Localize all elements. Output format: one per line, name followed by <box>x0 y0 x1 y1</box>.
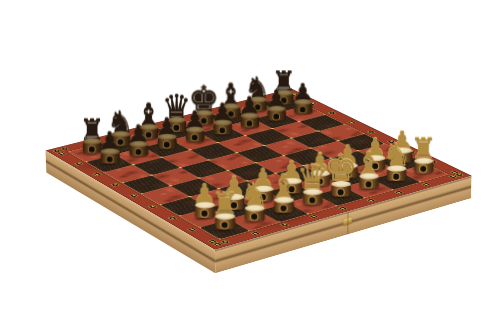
frame-inlay <box>347 121 356 124</box>
base-medallion <box>366 181 372 187</box>
base-medallion <box>164 141 170 147</box>
piece-base-top <box>414 158 433 164</box>
piece-base-top <box>274 197 294 203</box>
base-medallion <box>192 134 198 140</box>
piece-base-drum <box>215 216 235 229</box>
piece-base-top <box>100 148 119 154</box>
piece-base-top <box>331 181 351 187</box>
piece-base-top <box>185 127 204 133</box>
piece-base-drum <box>274 200 294 213</box>
piece-base-drum <box>129 144 148 156</box>
base-medallion <box>393 173 399 179</box>
brass-clasp <box>343 217 351 226</box>
square-b6[interactable] <box>133 157 180 175</box>
piece-base-top <box>244 205 264 211</box>
piece-base-top <box>157 134 176 140</box>
scene: ♜♞♝♛♚♝♞♜♟♟♟♟♟♟♟♟♟♟♟♟♟♟♟♟♜♞♝♛♚♝♞♜ <box>0 0 500 334</box>
frame-inlay <box>74 162 84 166</box>
piece-base-drum <box>414 161 433 173</box>
piece-base-drum <box>267 109 285 121</box>
piece-base-drum <box>213 123 231 135</box>
frame-inlay <box>308 215 318 219</box>
board-frame: ♜♞♝♛♚♝♞♜♟♟♟♟♟♟♟♟♟♟♟♟♟♟♟♟♜♞♝♛♚♝♞♜ <box>45 89 471 250</box>
base-medallion <box>280 205 286 211</box>
piece-base-top <box>359 173 378 179</box>
piece-base-top <box>215 213 235 219</box>
base-medallion <box>273 113 279 119</box>
product-photo-stage: ♜♞♝♛♚♝♞♜♟♟♟♟♟♟♟♟♟♟♟♟♟♟♟♟♜♞♝♛♚♝♞♜ <box>0 0 500 334</box>
base-medallion <box>219 127 225 133</box>
frame-inlay <box>110 183 120 187</box>
piece-base-top <box>240 113 258 119</box>
piece-base-drum <box>100 151 119 163</box>
chess-board: ♜♞♝♛♚♝♞♜♟♟♟♟♟♟♟♟♟♟♟♟♟♟♟♟♜♞♝♛♚♝♞♜ <box>45 89 471 250</box>
square-e6[interactable] <box>218 136 264 153</box>
frame-inlay <box>129 194 139 198</box>
piece-black-pawn-a7[interactable]: ♟ <box>91 128 129 163</box>
frame-inlay <box>327 111 336 114</box>
piece-base-top <box>213 120 231 126</box>
base-medallion <box>338 189 344 195</box>
frame-inlay <box>212 242 222 246</box>
frame-inlay <box>167 216 177 220</box>
piece-base-top <box>302 189 322 195</box>
base-medallion <box>251 213 257 219</box>
frame-inlay <box>365 198 375 202</box>
frame-inlay <box>393 190 403 194</box>
piece-base-drum <box>185 130 204 142</box>
frame-inlay <box>92 172 102 176</box>
frame-inlay <box>279 223 289 227</box>
piece-base-drum <box>331 184 351 196</box>
piece-base-drum <box>294 102 312 113</box>
base-medallion <box>300 106 306 112</box>
piece-white-rook-a1[interactable]: ♜ <box>204 189 244 229</box>
base-medallion <box>309 197 315 203</box>
piece-base-top <box>294 99 312 105</box>
square-a1[interactable]: ♜ <box>200 219 250 239</box>
piece-base-drum <box>244 208 264 221</box>
frame-inlay <box>187 227 197 231</box>
base-medallion <box>135 149 141 155</box>
piece-base-top <box>129 141 148 147</box>
frame-inlay <box>148 205 158 209</box>
piece-base-drum <box>240 116 258 128</box>
frame-inlay <box>57 152 67 156</box>
piece-base-drum <box>157 137 176 149</box>
frame-inlay <box>250 231 260 235</box>
base-medallion <box>420 165 426 171</box>
frame-inlay <box>337 206 347 210</box>
base-medallion <box>221 221 227 227</box>
piece-base-top <box>386 165 405 171</box>
piece-base-drum <box>386 168 405 180</box>
piece-base-drum <box>359 176 378 188</box>
base-medallion <box>107 156 113 162</box>
piece-base-top <box>267 106 285 112</box>
base-medallion <box>247 120 253 126</box>
piece-base-drum <box>302 192 322 204</box>
frame-inlay <box>421 183 431 187</box>
